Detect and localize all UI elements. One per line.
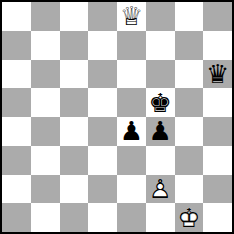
square-d2[interactable] bbox=[88, 175, 117, 204]
square-a2[interactable] bbox=[2, 175, 31, 204]
square-h6[interactable]: ♛ bbox=[203, 60, 232, 89]
square-h2[interactable] bbox=[203, 175, 232, 204]
square-c6[interactable] bbox=[60, 60, 89, 89]
square-g1[interactable]: ♚♔ bbox=[175, 203, 204, 232]
square-e8[interactable]: ♛♕ bbox=[117, 2, 146, 31]
square-a4[interactable] bbox=[2, 117, 31, 146]
square-e1[interactable] bbox=[117, 203, 146, 232]
square-e2[interactable] bbox=[117, 175, 146, 204]
square-f8[interactable] bbox=[146, 2, 175, 31]
square-f4[interactable]: ♟ bbox=[146, 117, 175, 146]
square-e3[interactable] bbox=[117, 146, 146, 175]
square-g8[interactable] bbox=[175, 2, 204, 31]
square-f1[interactable] bbox=[146, 203, 175, 232]
square-b4[interactable] bbox=[31, 117, 60, 146]
white-king-outline-glyph: ♔ bbox=[175, 203, 204, 232]
square-a7[interactable] bbox=[2, 31, 31, 60]
square-d7[interactable] bbox=[88, 31, 117, 60]
square-d8[interactable] bbox=[88, 2, 117, 31]
square-b3[interactable] bbox=[31, 146, 60, 175]
chess-board-frame: ♛♕♛♚♟♟♟♙♚♔ bbox=[0, 0, 234, 234]
square-b7[interactable] bbox=[31, 31, 60, 60]
square-f7[interactable] bbox=[146, 31, 175, 60]
black-pawn-glyph: ♟ bbox=[117, 117, 146, 146]
square-g3[interactable] bbox=[175, 146, 204, 175]
square-b8[interactable] bbox=[31, 2, 60, 31]
square-c7[interactable] bbox=[60, 31, 89, 60]
square-g5[interactable] bbox=[175, 88, 204, 117]
square-h4[interactable] bbox=[203, 117, 232, 146]
square-h8[interactable] bbox=[203, 2, 232, 31]
square-g2[interactable] bbox=[175, 175, 204, 204]
white-queen-outline-glyph: ♕ bbox=[117, 2, 146, 31]
square-e6[interactable] bbox=[117, 60, 146, 89]
square-a5[interactable] bbox=[2, 88, 31, 117]
square-a8[interactable] bbox=[2, 2, 31, 31]
square-f2[interactable]: ♟♙ bbox=[146, 175, 175, 204]
square-d6[interactable] bbox=[88, 60, 117, 89]
square-d1[interactable] bbox=[88, 203, 117, 232]
square-d3[interactable] bbox=[88, 146, 117, 175]
square-g4[interactable] bbox=[175, 117, 204, 146]
black-pawn-glyph: ♟ bbox=[146, 117, 175, 146]
square-f6[interactable] bbox=[146, 60, 175, 89]
square-b6[interactable] bbox=[31, 60, 60, 89]
square-b1[interactable] bbox=[31, 203, 60, 232]
square-a6[interactable] bbox=[2, 60, 31, 89]
square-e5[interactable] bbox=[117, 88, 146, 117]
black-king[interactable]: ♚ bbox=[146, 88, 175, 117]
square-c2[interactable] bbox=[60, 175, 89, 204]
square-c5[interactable] bbox=[60, 88, 89, 117]
square-h1[interactable] bbox=[203, 203, 232, 232]
square-b5[interactable] bbox=[31, 88, 60, 117]
black-queen-glyph: ♛ bbox=[203, 60, 232, 89]
white-queen[interactable]: ♛♕ bbox=[117, 2, 146, 31]
square-e4[interactable]: ♟ bbox=[117, 117, 146, 146]
white-king[interactable]: ♚♔ bbox=[175, 203, 204, 232]
square-c8[interactable] bbox=[60, 2, 89, 31]
white-pawn[interactable]: ♟♙ bbox=[146, 175, 175, 204]
black-queen[interactable]: ♛ bbox=[203, 60, 232, 89]
square-g7[interactable] bbox=[175, 31, 204, 60]
chess-board: ♛♕♛♚♟♟♟♙♚♔ bbox=[2, 2, 232, 232]
black-pawn[interactable]: ♟ bbox=[146, 117, 175, 146]
square-h3[interactable] bbox=[203, 146, 232, 175]
square-h7[interactable] bbox=[203, 31, 232, 60]
white-pawn-outline-glyph: ♙ bbox=[146, 175, 175, 204]
square-f3[interactable] bbox=[146, 146, 175, 175]
square-d5[interactable] bbox=[88, 88, 117, 117]
square-e7[interactable] bbox=[117, 31, 146, 60]
square-a1[interactable] bbox=[2, 203, 31, 232]
square-c1[interactable] bbox=[60, 203, 89, 232]
square-c4[interactable] bbox=[60, 117, 89, 146]
square-h5[interactable] bbox=[203, 88, 232, 117]
black-king-glyph: ♚ bbox=[146, 88, 175, 117]
black-pawn[interactable]: ♟ bbox=[117, 117, 146, 146]
square-d4[interactable] bbox=[88, 117, 117, 146]
square-g6[interactable] bbox=[175, 60, 204, 89]
square-f5[interactable]: ♚ bbox=[146, 88, 175, 117]
square-b2[interactable] bbox=[31, 175, 60, 204]
square-c3[interactable] bbox=[60, 146, 89, 175]
square-a3[interactable] bbox=[2, 146, 31, 175]
